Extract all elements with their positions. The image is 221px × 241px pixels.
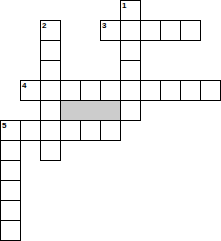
grid-cell[interactable] (120, 40, 141, 61)
grid-cell[interactable]: 5 (0, 120, 21, 141)
grid-cell[interactable] (40, 120, 61, 141)
grid-cell[interactable] (140, 20, 161, 41)
grid-cell[interactable] (120, 80, 141, 101)
clue-number: 3 (102, 21, 106, 30)
clue-number: 5 (2, 121, 6, 130)
grid-cell[interactable] (80, 80, 101, 101)
grid-cell[interactable] (120, 100, 141, 121)
grid-cell[interactable] (60, 120, 81, 141)
clue-number: 1 (122, 1, 126, 10)
grid-cell[interactable] (160, 80, 181, 101)
grid-cell[interactable] (140, 80, 161, 101)
grid-cell[interactable] (180, 80, 201, 101)
grid-cell[interactable] (100, 80, 121, 101)
clue-number: 4 (22, 81, 26, 90)
grid-cell[interactable]: 3 (100, 20, 121, 41)
grid-cell[interactable] (60, 80, 81, 101)
grid-cell[interactable] (0, 200, 21, 221)
grid-cell[interactable] (120, 60, 141, 81)
grid-cell[interactable] (0, 220, 21, 241)
grid-cell[interactable] (20, 120, 41, 141)
grid-cell[interactable] (40, 80, 61, 101)
grid-cell[interactable] (200, 80, 221, 101)
grid-cell[interactable] (40, 60, 61, 81)
grid-cell[interactable] (80, 120, 101, 141)
grid-cell[interactable]: 1 (120, 0, 141, 21)
grid-cell[interactable] (40, 140, 61, 161)
grid-cell[interactable]: 2 (40, 20, 61, 41)
crossword-board: 12345 (0, 0, 221, 241)
shaded-block (60, 100, 121, 121)
grid-cell[interactable] (0, 180, 21, 201)
grid-cell[interactable]: 4 (20, 80, 41, 101)
grid-cell[interactable] (100, 120, 121, 141)
grid-cell[interactable] (0, 160, 21, 181)
grid-cell[interactable] (40, 40, 61, 61)
grid-cell[interactable] (0, 140, 21, 161)
grid-cell[interactable] (180, 20, 201, 41)
clue-number: 2 (42, 21, 46, 30)
grid-cell[interactable] (40, 100, 61, 121)
grid-cell[interactable] (160, 20, 181, 41)
grid-cell[interactable] (120, 20, 141, 41)
